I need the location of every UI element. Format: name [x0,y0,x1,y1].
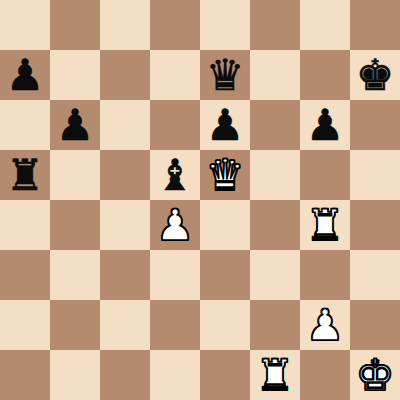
square-d1[interactable] [150,350,200,400]
square-f8[interactable] [250,0,300,50]
square-g7[interactable] [300,50,350,100]
square-b4[interactable] [50,200,100,250]
black-king[interactable]: ♚ [356,50,395,100]
square-g4[interactable]: ♜ [300,200,350,250]
square-d6[interactable] [150,100,200,150]
black-pawn[interactable]: ♟ [306,100,345,150]
square-e7[interactable]: ♛ [200,50,250,100]
black-rook[interactable]: ♜ [6,150,45,200]
square-h1[interactable]: ♚ [350,350,400,400]
square-g2[interactable]: ♟ [300,300,350,350]
square-c1[interactable] [100,350,150,400]
square-c3[interactable] [100,250,150,300]
square-g3[interactable] [300,250,350,300]
square-d7[interactable] [150,50,200,100]
square-e6[interactable]: ♟ [200,100,250,150]
square-h2[interactable] [350,300,400,350]
square-b5[interactable] [50,150,100,200]
square-g5[interactable] [300,150,350,200]
square-b8[interactable] [50,0,100,50]
square-f1[interactable]: ♜ [250,350,300,400]
square-e3[interactable] [200,250,250,300]
square-d4[interactable]: ♟ [150,200,200,250]
white-rook[interactable]: ♜ [306,200,345,250]
square-f6[interactable] [250,100,300,150]
white-rook[interactable]: ♜ [256,350,295,400]
square-f2[interactable] [250,300,300,350]
square-d2[interactable] [150,300,200,350]
square-e8[interactable] [200,0,250,50]
square-d5[interactable]: ♝ [150,150,200,200]
square-f7[interactable] [250,50,300,100]
square-b3[interactable] [50,250,100,300]
chess-board: ♟♛♚♟♟♟♜♝♛♟♜♟♜♚ [0,0,400,400]
square-h4[interactable] [350,200,400,250]
square-f4[interactable] [250,200,300,250]
square-b7[interactable] [50,50,100,100]
square-f5[interactable] [250,150,300,200]
square-b1[interactable] [50,350,100,400]
square-c8[interactable] [100,0,150,50]
white-pawn[interactable]: ♟ [306,300,345,350]
square-a4[interactable] [0,200,50,250]
square-b2[interactable] [50,300,100,350]
square-c4[interactable] [100,200,150,250]
square-b6[interactable]: ♟ [50,100,100,150]
square-d3[interactable] [150,250,200,300]
black-pawn[interactable]: ♟ [56,100,95,150]
square-h6[interactable] [350,100,400,150]
square-c6[interactable] [100,100,150,150]
square-a1[interactable] [0,350,50,400]
square-c5[interactable] [100,150,150,200]
square-e5[interactable]: ♛ [200,150,250,200]
square-a3[interactable] [0,250,50,300]
square-c7[interactable] [100,50,150,100]
square-e2[interactable] [200,300,250,350]
square-g1[interactable] [300,350,350,400]
square-a7[interactable]: ♟ [0,50,50,100]
square-h8[interactable] [350,0,400,50]
white-pawn[interactable]: ♟ [156,200,195,250]
black-pawn[interactable]: ♟ [6,50,45,100]
square-h3[interactable] [350,250,400,300]
square-g8[interactable] [300,0,350,50]
square-h5[interactable] [350,150,400,200]
square-e1[interactable] [200,350,250,400]
black-queen[interactable]: ♛ [206,50,245,100]
square-c2[interactable] [100,300,150,350]
white-queen[interactable]: ♛ [206,150,245,200]
square-h7[interactable]: ♚ [350,50,400,100]
square-f3[interactable] [250,250,300,300]
square-g6[interactable]: ♟ [300,100,350,150]
square-a5[interactable]: ♜ [0,150,50,200]
black-pawn[interactable]: ♟ [206,100,245,150]
square-a6[interactable] [0,100,50,150]
square-a2[interactable] [0,300,50,350]
square-e4[interactable] [200,200,250,250]
square-d8[interactable] [150,0,200,50]
white-king[interactable]: ♚ [356,350,395,400]
black-bishop[interactable]: ♝ [156,150,195,200]
square-a8[interactable] [0,0,50,50]
